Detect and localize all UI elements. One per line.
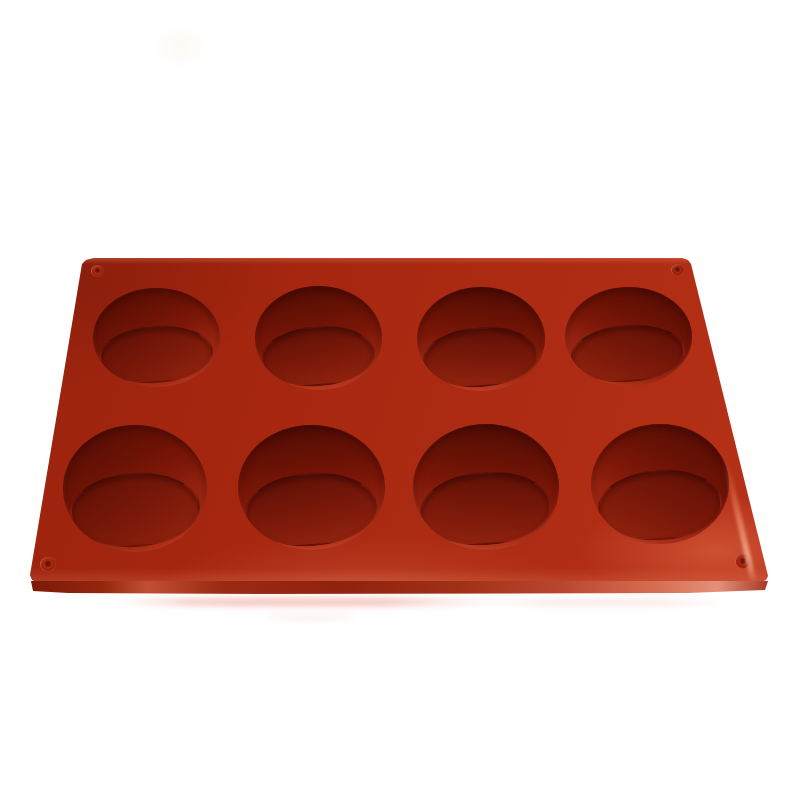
mold-corner-mark-top-right xyxy=(671,264,684,276)
mold-cavity-r2c3 xyxy=(413,424,559,550)
mold-corner-mark-bottom-left xyxy=(40,557,56,572)
mold-cavity-r1c1 xyxy=(93,288,220,387)
mold-reflection xyxy=(470,599,740,606)
mold-reflection xyxy=(110,598,510,606)
mold-cavity-r1c4 xyxy=(565,287,692,386)
mold-cavity-r2c4 xyxy=(591,424,729,544)
background-smudge xyxy=(160,33,200,61)
mold-cavity-r2c1 xyxy=(63,425,207,552)
mold-cavity-r2c2 xyxy=(238,425,385,550)
mold-front-edge xyxy=(28,579,770,595)
mold-top-surface xyxy=(30,258,768,584)
mold-cavity-r1c2 xyxy=(255,286,382,390)
photo-background xyxy=(0,0,800,800)
mold-reflection xyxy=(265,614,355,620)
mold-cavity-r1c3 xyxy=(417,287,545,391)
mold-corner-mark-top-left xyxy=(91,265,104,277)
